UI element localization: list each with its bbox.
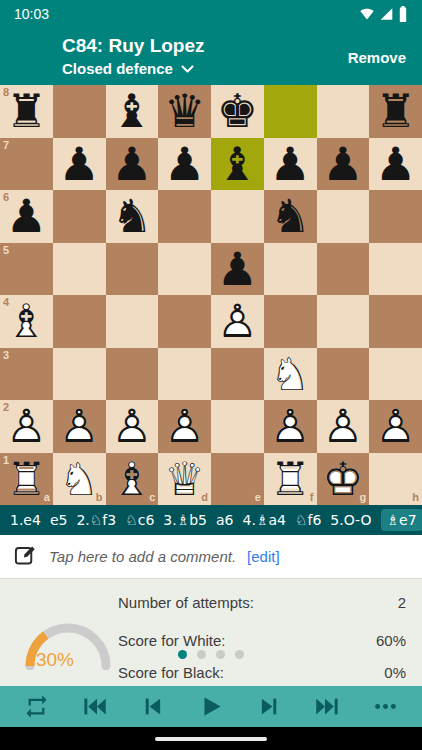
stat-row-score-black: Score for Black: 0%	[118, 664, 406, 681]
square-b5[interactable]	[53, 243, 106, 296]
square-d8[interactable]: ♛	[158, 85, 211, 138]
page-indicator	[178, 650, 244, 659]
black-king-e8[interactable]: ♚	[217, 88, 258, 134]
score-gauge: 30%	[24, 622, 112, 670]
move-token-1[interactable]: 1.e4	[10, 512, 41, 528]
next-move-button[interactable]	[254, 691, 285, 722]
stat-row-attempts: Number of attempts: 2	[118, 594, 406, 611]
status-icons	[359, 6, 408, 22]
square-g4[interactable]	[317, 295, 370, 348]
home-indicator[interactable]	[155, 737, 267, 741]
square-h4[interactable]	[369, 295, 422, 348]
square-g3[interactable]	[317, 348, 370, 401]
square-g1[interactable]: g♚♔	[317, 453, 370, 506]
skip-to-end-button[interactable]	[312, 691, 343, 722]
square-h6[interactable]	[369, 190, 422, 243]
white-pawn-a2[interactable]: ♟︎♙	[0, 400, 53, 453]
square-a3[interactable]: 3	[0, 348, 53, 401]
comment-placeholder: Tap here to add a comment.	[49, 548, 236, 565]
app-header: C84: Ruy Lopez Closed defence Remove	[0, 28, 422, 85]
square-b4[interactable]	[53, 295, 106, 348]
square-c7[interactable]: ♟︎	[106, 138, 159, 191]
page-title: C84: Ruy Lopez	[62, 33, 205, 58]
square-b1[interactable]: b♞♘	[53, 453, 106, 506]
black-rook-h8[interactable]: ♜	[375, 88, 416, 134]
repeat-button[interactable]	[21, 691, 52, 722]
square-f5[interactable]	[264, 243, 317, 296]
square-a6[interactable]: 6♟︎	[0, 190, 53, 243]
square-g8[interactable]	[317, 85, 370, 138]
score-white-value: 60%	[376, 632, 406, 649]
white-knight-b1[interactable]: ♞♘	[53, 453, 106, 506]
black-pawn-g7[interactable]: ♟︎	[322, 141, 363, 187]
black-knight-f6[interactable]: ♞	[270, 193, 311, 239]
status-time: 10:03	[14, 6, 49, 22]
square-a2[interactable]: 2♟︎♙	[0, 400, 53, 453]
square-a4[interactable]: 4♝♗	[0, 295, 53, 348]
square-c4[interactable]	[106, 295, 159, 348]
square-h2[interactable]: ♟︎♙	[369, 400, 422, 453]
rank-label-3: 3	[3, 350, 9, 361]
move-token-2[interactable]: e5	[50, 512, 68, 528]
square-c2[interactable]: ♟︎♙	[106, 400, 159, 453]
square-e6[interactable]	[211, 190, 264, 243]
score-black-label: Score for Black:	[118, 664, 224, 681]
cell-signal-icon	[379, 7, 394, 21]
square-g6[interactable]	[317, 190, 370, 243]
square-f4[interactable]	[264, 295, 317, 348]
square-e7[interactable]: ♝	[211, 138, 264, 191]
score-black-value: 0%	[384, 664, 406, 681]
square-h7[interactable]: ♟︎	[369, 138, 422, 191]
square-f2[interactable]: ♟︎♙	[264, 400, 317, 453]
black-pawn-d7[interactable]: ♟︎	[164, 141, 205, 187]
black-pawn-c7[interactable]: ♟︎	[111, 141, 152, 187]
black-bishop-c8[interactable]: ♝	[111, 88, 152, 134]
square-f8[interactable]	[264, 85, 317, 138]
square-d4[interactable]	[158, 295, 211, 348]
square-b6[interactable]	[53, 190, 106, 243]
square-f3[interactable]: ♞♘	[264, 348, 317, 401]
attempts-value: 2	[398, 594, 406, 611]
white-bishop-c1[interactable]: ♝♗	[106, 453, 159, 506]
white-bishop-a4[interactable]: ♝♗	[0, 295, 53, 348]
chevron-down-icon[interactable]	[181, 58, 194, 80]
square-h8[interactable]: ♜	[369, 85, 422, 138]
white-king-g1[interactable]: ♚♔	[317, 453, 370, 506]
edit-note-icon	[12, 542, 38, 572]
edit-comment-link[interactable]: [edit]	[247, 548, 280, 565]
chess-board: 8♜♝♛♚♜7♟︎♟︎♟︎♝♟︎♟︎♟︎6♟︎♞♞5♟︎4♝♗♟︎♙3♞♘2♟︎…	[0, 85, 422, 505]
app-screen: 10:03 C84: Ruy Lopez Closed defence Remo…	[0, 0, 422, 750]
rank-label-7: 7	[3, 140, 9, 151]
square-d5[interactable]	[158, 243, 211, 296]
previous-move-button[interactable]	[137, 691, 168, 722]
square-e2[interactable]	[211, 400, 264, 453]
comment-row[interactable]: Tap here to add a comment. [edit]	[0, 535, 422, 578]
move-token-8[interactable]: ♘f6	[295, 512, 321, 528]
square-h3[interactable]	[369, 348, 422, 401]
move-token-10[interactable]: ♗e7	[381, 509, 422, 531]
file-label-e: e	[255, 492, 261, 503]
square-d3[interactable]	[158, 348, 211, 401]
skip-to-start-button[interactable]	[79, 691, 110, 722]
black-knight-c6[interactable]: ♞	[111, 193, 152, 239]
wifi-icon	[359, 7, 375, 21]
white-pawn-c2[interactable]: ♟︎♙	[106, 400, 159, 453]
square-e4[interactable]: ♟︎♙	[211, 295, 264, 348]
score-white-label: Score for White:	[118, 632, 226, 649]
square-e8[interactable]: ♚	[211, 85, 264, 138]
square-f6[interactable]: ♞	[264, 190, 317, 243]
square-a5[interactable]: 5	[0, 243, 53, 296]
square-f1[interactable]: f♜♖	[264, 453, 317, 506]
square-d7[interactable]: ♟︎	[158, 138, 211, 191]
square-e5[interactable]: ♟︎	[211, 243, 264, 296]
pager-dot-1[interactable]	[178, 650, 187, 659]
variation-name: Closed defence	[62, 58, 173, 80]
white-pawn-b2[interactable]: ♟︎♙	[53, 400, 106, 453]
square-e3[interactable]	[211, 348, 264, 401]
square-c6[interactable]: ♞	[106, 190, 159, 243]
square-b2[interactable]: ♟︎♙	[53, 400, 106, 453]
square-h1[interactable]: h	[369, 453, 422, 506]
pager-dot-4[interactable]	[235, 650, 244, 659]
square-h5[interactable]	[369, 243, 422, 296]
square-a1[interactable]: 1a♜♖	[0, 453, 53, 506]
square-b8[interactable]	[53, 85, 106, 138]
opening-selector[interactable]: C84: Ruy Lopez Closed defence	[62, 33, 205, 80]
move-token-6[interactable]: a6	[216, 512, 234, 528]
black-pawn-a6[interactable]: ♟︎	[6, 193, 47, 239]
more-options-button[interactable]	[370, 691, 401, 722]
white-pawn-d2[interactable]: ♟︎♙	[158, 400, 211, 453]
square-e1[interactable]: e	[211, 453, 264, 506]
battery-icon	[398, 6, 408, 22]
square-g2[interactable]: ♟︎♙	[317, 400, 370, 453]
black-pawn-b7[interactable]: ♟︎	[59, 141, 100, 187]
black-pawn-h7[interactable]: ♟︎	[375, 141, 416, 187]
playback-toolbar	[0, 686, 422, 727]
remove-button[interactable]: Remove	[346, 44, 408, 69]
stat-row-score-white: Score for White: 60%	[118, 632, 406, 649]
white-knight-f3[interactable]: ♞♘	[264, 348, 317, 401]
square-c8[interactable]: ♝	[106, 85, 159, 138]
square-c5[interactable]	[106, 243, 159, 296]
stats-panel: 30% Number of attempts: 2 Score for Whit…	[0, 578, 422, 686]
black-rook-a8[interactable]: ♜	[6, 88, 47, 134]
square-g5[interactable]	[317, 243, 370, 296]
square-a7[interactable]: 7	[0, 138, 53, 191]
move-token-5[interactable]: 3.♗b5	[163, 512, 207, 528]
move-token-9[interactable]: 5.O-O	[330, 512, 371, 528]
stat-rows: Number of attempts: 2 Score for White: 6…	[118, 579, 406, 686]
attempts-label: Number of attempts:	[118, 594, 254, 611]
white-pawn-h2[interactable]: ♟︎♙	[369, 400, 422, 453]
black-queen-d8[interactable]: ♛	[164, 88, 205, 134]
white-pawn-e4[interactable]: ♟︎♙	[211, 295, 264, 348]
move-list-bar: 1.e4e52.♘f3♘c63.♗b5a64.♗a4♘f65.O-O♗e7	[0, 505, 422, 535]
black-bishop-e7[interactable]: ♝	[217, 141, 258, 187]
white-rook-f1[interactable]: ♜♖	[264, 453, 317, 506]
move-token-3[interactable]: 2.♘f3	[76, 512, 116, 528]
square-b3[interactable]	[53, 348, 106, 401]
square-d2[interactable]: ♟︎♙	[158, 400, 211, 453]
white-queen-d1[interactable]: ♛♕	[158, 453, 211, 506]
square-c3[interactable]	[106, 348, 159, 401]
move-token-4[interactable]: ♘c6	[125, 512, 154, 528]
file-label-h: h	[412, 492, 419, 503]
pager-dot-2[interactable]	[197, 650, 206, 659]
gauge-percent-label: 30%	[36, 649, 74, 670]
rank-label-5: 5	[3, 245, 9, 256]
square-f7[interactable]: ♟︎	[264, 138, 317, 191]
white-pawn-f2[interactable]: ♟︎♙	[264, 400, 317, 453]
square-d1[interactable]: d♛♕	[158, 453, 211, 506]
status-bar: 10:03	[0, 0, 422, 28]
black-pawn-f7[interactable]: ♟︎	[270, 141, 311, 187]
black-pawn-e5[interactable]: ♟︎	[217, 246, 258, 292]
pager-dot-3[interactable]	[216, 650, 225, 659]
white-pawn-g2[interactable]: ♟︎♙	[317, 400, 370, 453]
square-c1[interactable]: c♝♗	[106, 453, 159, 506]
play-button[interactable]	[194, 690, 227, 723]
square-b7[interactable]: ♟︎	[53, 138, 106, 191]
square-g7[interactable]: ♟︎	[317, 138, 370, 191]
white-rook-a1[interactable]: ♜♖	[0, 453, 53, 506]
square-d6[interactable]	[158, 190, 211, 243]
square-a8[interactable]: 8♜	[0, 85, 53, 138]
move-token-7[interactable]: 4.♗a4	[243, 512, 286, 528]
gesture-nav-bar	[0, 727, 422, 750]
